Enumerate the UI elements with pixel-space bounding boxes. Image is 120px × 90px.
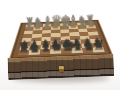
square-c1: ♝ [39,49,50,54]
square-h7: ♟ [85,25,95,29]
square-f1: ♝ [71,48,82,53]
chess-set: ♜♞♝♛♚♝♞♜♟♟♟♟♟♟♟♟♟♟♟♟♟♟♟♟♜♞♝♛♚♝♞♜ [0,0,120,90]
square-h1: ♜ [91,47,103,52]
square-f7: ♟ [68,26,77,30]
square-d7: ♟ [50,26,59,30]
square-b7: ♟ [33,27,42,31]
black-pawn: ♟ [23,21,32,30]
square-e7: ♟ [59,26,68,30]
square-d1: ♛ [50,49,61,54]
black-pawn: ♟ [50,20,59,29]
black-pawn: ♟ [77,19,86,28]
white-rook: ♜ [92,38,103,51]
square-g7: ♟ [77,25,87,29]
black-pawn: ♟ [59,20,68,29]
board-perspective-wrap: ♜♞♝♛♚♝♞♜♟♟♟♟♟♟♟♟♟♟♟♟♟♟♟♟♜♞♝♛♚♝♞♜ [13,0,105,83]
white-bishop: ♝ [71,38,82,53]
square-a7: ♟ [24,27,34,31]
square-a1: ♜ [17,50,29,55]
black-pawn: ♟ [41,21,50,30]
white-rook: ♜ [17,41,28,54]
chess-board: ♜♞♝♛♚♝♞♜♟♟♟♟♟♟♟♟♟♟♟♟♟♟♟♟♜♞♝♛♚♝♞♜ [9,20,113,59]
product-photo-scene: ♜♞♝♛♚♝♞♜♟♟♟♟♟♟♟♟♟♟♟♟♟♟♟♟♜♞♝♛♚♝♞♜ [0,0,120,90]
white-queen: ♛ [49,38,60,54]
black-pawn: ♟ [86,19,95,28]
square-c7: ♟ [42,27,51,31]
black-pawn: ♟ [32,21,41,30]
white-bishop: ♝ [38,39,49,54]
black-pawn: ♟ [68,20,77,29]
